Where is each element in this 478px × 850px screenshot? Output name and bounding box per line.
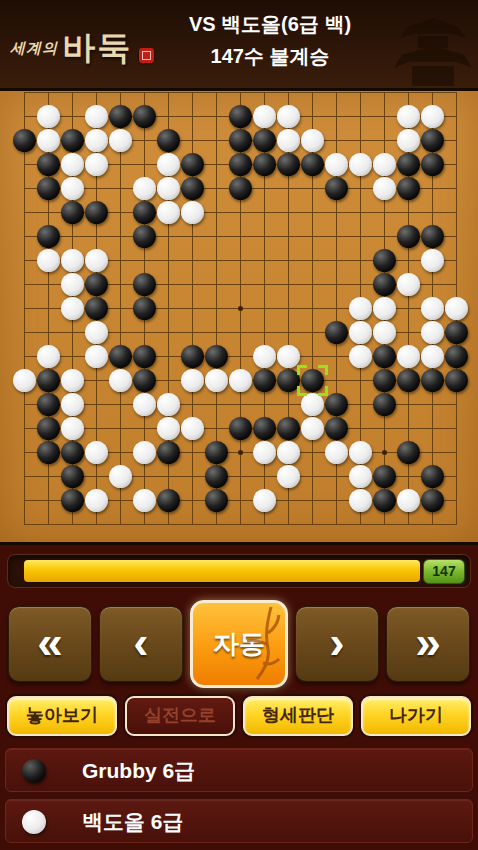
black-stone — [37, 441, 60, 464]
black-stone — [109, 105, 132, 128]
black-stone — [133, 369, 156, 392]
white-stone — [61, 369, 84, 392]
player-row-white[interactable]: 백도올 6급 — [5, 799, 473, 843]
black-stone — [133, 297, 156, 320]
black-player-name: Grubby 6급 — [82, 749, 195, 792]
black-stone — [301, 153, 324, 176]
white-stone — [157, 417, 180, 440]
logo-text-big: 바둑 — [62, 29, 132, 66]
white-stone — [133, 177, 156, 200]
black-stone — [133, 105, 156, 128]
replay-controls: « ‹ 자동 › » — [0, 597, 478, 690]
black-stone — [37, 225, 60, 248]
white-stone — [181, 417, 204, 440]
white-stone — [133, 393, 156, 416]
branch-decoration-icon — [241, 605, 283, 685]
black-stone — [229, 177, 252, 200]
black-stone — [37, 177, 60, 200]
black-stone — [85, 297, 108, 320]
white-stone — [37, 129, 60, 152]
exit-button[interactable]: 나가기 — [361, 696, 471, 736]
black-stone — [133, 273, 156, 296]
white-stone — [349, 465, 372, 488]
white-stone — [349, 441, 372, 464]
white-stone — [85, 489, 108, 512]
white-stone — [61, 273, 84, 296]
white-stone-icon — [22, 810, 46, 834]
black-stone — [325, 177, 348, 200]
white-stone — [85, 129, 108, 152]
black-stone — [421, 369, 444, 392]
white-stone — [133, 489, 156, 512]
prev-move-button[interactable]: ‹ — [99, 606, 183, 682]
white-stone — [301, 417, 324, 440]
white-stone — [253, 441, 276, 464]
white-stone — [277, 129, 300, 152]
white-stone — [157, 201, 180, 224]
black-stone — [61, 465, 84, 488]
match-title: VS 백도올(6급 백) — [150, 8, 390, 40]
black-stone — [37, 393, 60, 416]
white-stone — [253, 489, 276, 512]
white-stone — [229, 369, 252, 392]
action-buttons: 놓아보기 실전으로 형세판단 나가기 — [0, 690, 478, 740]
to-real-game-button[interactable]: 실전으로 — [125, 696, 235, 736]
black-stone — [421, 465, 444, 488]
black-stone — [61, 129, 84, 152]
white-stone — [157, 177, 180, 200]
star-point — [238, 450, 243, 455]
white-stone — [325, 153, 348, 176]
black-stone — [325, 417, 348, 440]
white-stone — [349, 297, 372, 320]
white-stone — [85, 249, 108, 272]
white-stone — [421, 249, 444, 272]
white-stone — [397, 489, 420, 512]
black-stone — [445, 369, 468, 392]
black-stone — [181, 345, 204, 368]
logo-text-small: 세계의 — [10, 39, 58, 56]
black-stone — [373, 369, 396, 392]
black-stone — [421, 489, 444, 512]
black-stone — [37, 153, 60, 176]
header: 세계의 바둑 VS 백도올(6급 백) 147수 불계승 — [0, 0, 478, 88]
white-stone — [109, 369, 132, 392]
white-stone — [85, 345, 108, 368]
black-stone — [157, 441, 180, 464]
black-stone — [445, 345, 468, 368]
white-stone — [349, 321, 372, 344]
black-stone — [277, 417, 300, 440]
black-stone — [253, 129, 276, 152]
go-board[interactable] — [0, 88, 478, 545]
black-stone — [397, 177, 420, 200]
black-stone — [421, 225, 444, 248]
black-stone — [61, 441, 84, 464]
black-stone — [421, 129, 444, 152]
last-move-marker — [297, 365, 328, 396]
white-stone — [61, 393, 84, 416]
white-stone — [157, 153, 180, 176]
white-stone — [85, 153, 108, 176]
white-stone — [109, 465, 132, 488]
white-player-name: 백도올 6급 — [82, 800, 184, 843]
auto-play-button[interactable]: 자동 — [190, 600, 288, 688]
black-stone — [37, 369, 60, 392]
white-stone — [445, 297, 468, 320]
black-stone — [133, 201, 156, 224]
white-stone — [277, 105, 300, 128]
white-stone — [349, 153, 372, 176]
black-stone — [61, 489, 84, 512]
black-stone — [373, 465, 396, 488]
black-stone — [397, 441, 420, 464]
black-stone — [157, 129, 180, 152]
white-stone — [13, 369, 36, 392]
black-stone — [85, 273, 108, 296]
black-stone — [109, 345, 132, 368]
white-stone — [301, 393, 324, 416]
player-row-black[interactable]: Grubby 6급 — [5, 748, 473, 792]
app-root: 세계의 바둑 VS 백도올(6급 백) 147수 불계승 147 « ‹ 자동 … — [0, 0, 478, 843]
grid-line — [24, 524, 457, 525]
white-stone — [301, 129, 324, 152]
move-count-badge: 147 — [423, 559, 465, 584]
white-stone — [397, 129, 420, 152]
white-stone — [61, 297, 84, 320]
try-moves-button[interactable]: 놓아보기 — [7, 696, 117, 736]
white-stone — [253, 345, 276, 368]
move-progress-section: 147 — [0, 545, 478, 597]
black-stone — [397, 225, 420, 248]
black-stone — [397, 153, 420, 176]
white-stone — [421, 345, 444, 368]
white-stone — [205, 369, 228, 392]
player-list: Grubby 6급 백도올 6급 — [0, 740, 478, 843]
black-stone — [181, 177, 204, 200]
black-stone-icon — [22, 759, 46, 783]
black-stone — [13, 129, 36, 152]
white-stone — [373, 321, 396, 344]
white-stone — [277, 465, 300, 488]
black-stone — [373, 249, 396, 272]
white-stone — [61, 417, 84, 440]
black-stone — [397, 369, 420, 392]
white-stone — [61, 177, 84, 200]
white-stone — [85, 321, 108, 344]
white-stone — [133, 441, 156, 464]
black-stone — [85, 201, 108, 224]
black-stone — [253, 153, 276, 176]
black-stone — [373, 489, 396, 512]
white-stone — [61, 249, 84, 272]
next-move-button[interactable]: › — [295, 606, 379, 682]
white-stone — [37, 105, 60, 128]
white-stone — [421, 105, 444, 128]
white-stone — [61, 153, 84, 176]
white-stone — [253, 105, 276, 128]
black-stone — [421, 153, 444, 176]
progress-track[interactable]: 147 — [7, 554, 471, 588]
white-stone — [85, 441, 108, 464]
white-stone — [373, 153, 396, 176]
black-stone — [325, 321, 348, 344]
star-point — [382, 450, 387, 455]
white-stone — [37, 249, 60, 272]
black-stone — [205, 489, 228, 512]
black-stone — [133, 345, 156, 368]
pagoda-silhouette-icon — [394, 10, 472, 88]
black-stone — [253, 417, 276, 440]
black-stone — [157, 489, 180, 512]
white-stone — [181, 369, 204, 392]
white-stone — [109, 129, 132, 152]
white-stone — [37, 345, 60, 368]
white-stone — [181, 201, 204, 224]
black-stone — [205, 441, 228, 464]
black-stone — [253, 369, 276, 392]
black-stone — [373, 273, 396, 296]
white-stone — [373, 297, 396, 320]
black-stone — [229, 129, 252, 152]
black-stone — [325, 393, 348, 416]
black-stone — [229, 417, 252, 440]
white-stone — [349, 345, 372, 368]
white-stone — [277, 441, 300, 464]
black-stone — [37, 417, 60, 440]
black-stone — [445, 321, 468, 344]
match-info: VS 백도올(6급 백) 147수 불계승 — [150, 8, 390, 72]
black-stone — [205, 465, 228, 488]
white-stone — [397, 345, 420, 368]
app-logo: 세계의 바둑 — [10, 26, 154, 71]
black-stone — [133, 225, 156, 248]
black-stone — [277, 153, 300, 176]
star-point — [238, 306, 243, 311]
black-stone — [373, 393, 396, 416]
territory-judge-button[interactable]: 형세판단 — [243, 696, 353, 736]
white-stone — [397, 105, 420, 128]
match-result: 147수 불계승 — [150, 40, 390, 72]
white-stone — [421, 321, 444, 344]
white-stone — [325, 441, 348, 464]
white-stone — [85, 105, 108, 128]
black-stone — [373, 345, 396, 368]
black-stone — [205, 345, 228, 368]
white-stone — [349, 489, 372, 512]
black-stone — [181, 153, 204, 176]
progress-fill — [24, 560, 420, 582]
black-stone — [229, 153, 252, 176]
first-move-button[interactable]: « — [8, 606, 92, 682]
white-stone — [157, 393, 180, 416]
white-stone — [373, 177, 396, 200]
black-stone — [61, 201, 84, 224]
white-stone — [421, 297, 444, 320]
black-stone — [229, 105, 252, 128]
last-move-button[interactable]: » — [386, 606, 470, 682]
white-stone — [397, 273, 420, 296]
